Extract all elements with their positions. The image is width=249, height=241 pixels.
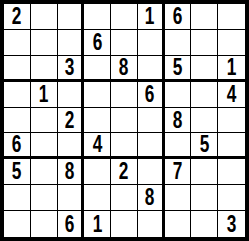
cell-r8c4[interactable] [84,185,111,211]
cell-r6c9[interactable] [218,133,245,159]
cell-r6c2[interactable] [31,133,58,159]
cell-r9c7[interactable] [165,211,192,237]
cell-r3c9[interactable]: 1 [218,56,245,82]
given-digit: 5 [12,159,22,184]
cell-r7c4[interactable] [84,159,111,185]
given-digit: 3 [227,212,237,237]
cell-r5c6[interactable] [138,108,165,134]
cell-r3c6[interactable] [138,56,165,82]
cell-r7c6[interactable] [138,159,165,185]
cell-r6c5[interactable] [111,133,138,159]
cell-r3c7[interactable]: 5 [165,56,192,82]
given-digit: 1 [145,4,155,29]
cell-r5c5[interactable] [111,108,138,134]
given-digit: 5 [173,56,183,80]
cell-r4c6[interactable]: 6 [138,82,165,108]
cell-r8c7[interactable] [165,185,192,211]
given-digit: 1 [39,82,49,107]
cell-r6c8[interactable]: 5 [191,133,218,159]
cell-r6c6[interactable] [138,133,165,159]
cell-r9c8[interactable] [191,211,218,237]
cell-r2c7[interactable] [165,30,192,56]
cell-r3c1[interactable] [4,56,31,82]
given-digit: 8 [119,56,129,80]
cell-r8c6[interactable]: 8 [138,185,165,211]
cell-r9c4[interactable]: 1 [84,211,111,237]
given-digit: 6 [65,212,75,237]
sudoku-board: 216638511642864558278613 [0,0,249,241]
cell-r4c4[interactable] [84,82,111,108]
cell-r6c4[interactable]: 4 [84,133,111,159]
cell-r2c6[interactable] [138,30,165,56]
cell-r9c9[interactable]: 3 [218,211,245,237]
cell-r7c5[interactable]: 2 [111,159,138,185]
given-digit: 1 [92,212,102,237]
given-digit: 4 [92,133,102,157]
cell-r2c2[interactable] [31,30,58,56]
given-digit: 6 [12,133,22,157]
cell-r4c9[interactable]: 4 [218,82,245,108]
cell-r8c2[interactable] [31,185,58,211]
cell-r4c1[interactable] [4,82,31,108]
cell-r4c7[interactable] [165,82,192,108]
cell-r5c1[interactable] [4,108,31,134]
cell-r8c8[interactable] [191,185,218,211]
cell-r1c4[interactable] [84,4,111,30]
given-digit: 1 [227,56,237,80]
cell-r9c1[interactable] [4,211,31,237]
cell-r1c3[interactable] [58,4,85,30]
cell-r4c8[interactable] [191,82,218,108]
sudoku-app: 216638511642864558278613 [0,0,249,241]
cell-r9c2[interactable] [31,211,58,237]
cell-r8c3[interactable] [58,185,85,211]
cell-r2c8[interactable] [191,30,218,56]
cell-r3c4[interactable] [84,56,111,82]
cell-r7c1[interactable]: 5 [4,159,31,185]
cell-r4c5[interactable] [111,82,138,108]
cell-r8c1[interactable] [4,185,31,211]
cell-r8c9[interactable] [218,185,245,211]
given-digit: 2 [119,159,129,184]
cell-r1c5[interactable] [111,4,138,30]
cell-r4c3[interactable] [58,82,85,108]
cell-r5c9[interactable] [218,108,245,134]
given-digit: 8 [173,108,183,133]
cell-r7c7[interactable]: 7 [165,159,192,185]
cell-r1c8[interactable] [191,4,218,30]
given-digit: 6 [145,82,155,107]
cell-r9c3[interactable]: 6 [58,211,85,237]
given-digit: 6 [92,30,102,55]
cell-r6c1[interactable]: 6 [4,133,31,159]
given-digit: 8 [145,185,155,210]
given-digit: 3 [65,56,75,80]
cell-r1c7[interactable]: 6 [165,4,192,30]
cell-r5c2[interactable] [31,108,58,134]
cell-r9c5[interactable] [111,211,138,237]
given-digit: 4 [227,82,237,107]
cell-r4c2[interactable]: 1 [31,82,58,108]
cell-r7c2[interactable] [31,159,58,185]
cell-r1c6[interactable]: 1 [138,4,165,30]
cell-r8c5[interactable] [111,185,138,211]
cell-r3c8[interactable] [191,56,218,82]
cell-r5c8[interactable] [191,108,218,134]
cell-r6c3[interactable] [58,133,85,159]
cell-r2c4[interactable]: 6 [84,30,111,56]
cell-r2c9[interactable] [218,30,245,56]
given-digit: 2 [12,4,22,29]
cell-r5c4[interactable] [84,108,111,134]
cell-r9c6[interactable] [138,211,165,237]
cell-r7c8[interactable] [191,159,218,185]
cell-r1c1[interactable]: 2 [4,4,31,30]
given-digit: 7 [173,159,183,184]
cell-r7c9[interactable] [218,159,245,185]
cell-r6c7[interactable] [165,133,192,159]
cell-r2c5[interactable] [111,30,138,56]
cell-r5c3[interactable]: 2 [58,108,85,134]
cell-r1c9[interactable] [218,4,245,30]
cell-r2c3[interactable] [58,30,85,56]
cell-r2c1[interactable] [4,30,31,56]
given-digit: 5 [200,133,210,157]
cell-r3c2[interactable] [31,56,58,82]
cell-r7c3[interactable]: 8 [58,159,85,185]
given-digit: 8 [65,159,75,184]
cell-r3c5[interactable]: 8 [111,56,138,82]
cell-r5c7[interactable]: 8 [165,108,192,134]
given-digit: 2 [65,108,75,133]
cell-r1c2[interactable] [31,4,58,30]
cell-r3c3[interactable]: 3 [58,56,85,82]
given-digit: 6 [173,4,183,29]
